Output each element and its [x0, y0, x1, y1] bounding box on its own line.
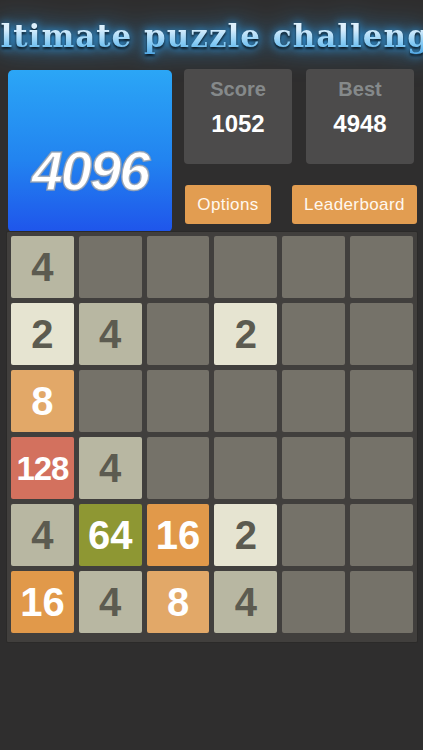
- tile-4-r6c2: 4: [79, 571, 142, 633]
- empty-cell-r1c2: [79, 236, 142, 298]
- tile-2-r5c4: 2: [214, 504, 277, 566]
- best-value: 4948: [306, 110, 414, 138]
- empty-cell-r2c6: [350, 303, 413, 365]
- empty-cell-r3c4: [214, 370, 277, 432]
- tile-8-r6c3: 8: [147, 571, 210, 633]
- empty-cell-r3c3: [147, 370, 210, 432]
- empty-cell-r1c6: [350, 236, 413, 298]
- empty-cell-r3c5: [282, 370, 345, 432]
- tile-4-r5c1: 4: [11, 504, 74, 566]
- empty-cell-r1c5: [282, 236, 345, 298]
- empty-cell-r2c3: [147, 303, 210, 365]
- empty-cell-r4c4: [214, 437, 277, 499]
- score-label: Score: [184, 78, 292, 101]
- empty-cell-r4c6: [350, 437, 413, 499]
- empty-cell-r5c6: [350, 504, 413, 566]
- empty-cell-r2c5: [282, 303, 345, 365]
- leaderboard-button[interactable]: Leaderboard: [292, 185, 417, 224]
- logo-tile: 4096: [8, 70, 172, 232]
- empty-cell-r4c5: [282, 437, 345, 499]
- score-value: 1052: [184, 110, 292, 138]
- empty-cell-r3c6: [350, 370, 413, 432]
- tile-4-r1c1: 4: [11, 236, 74, 298]
- empty-cell-r5c5: [282, 504, 345, 566]
- best-label: Best: [306, 78, 414, 101]
- score-panel: Score 1052: [184, 69, 292, 164]
- empty-cell-r6c6: [350, 571, 413, 633]
- tile-8-r3c1: 8: [11, 370, 74, 432]
- tile-2-r2c4: 2: [214, 303, 277, 365]
- options-button[interactable]: Options: [185, 185, 271, 224]
- best-panel: Best 4948: [306, 69, 414, 164]
- tile-4-r2c2: 4: [79, 303, 142, 365]
- empty-cell-r1c3: [147, 236, 210, 298]
- tile-2-r2c1: 2: [11, 303, 74, 365]
- empty-cell-r1c4: [214, 236, 277, 298]
- tile-16-r5c3: 16: [147, 504, 210, 566]
- empty-cell-r3c2: [79, 370, 142, 432]
- game-board[interactable]: 42428128446416216484: [6, 231, 418, 643]
- empty-cell-r4c3: [147, 437, 210, 499]
- tile-128-r4c1: 128: [11, 437, 74, 499]
- empty-cell-r6c5: [282, 571, 345, 633]
- tile-16-r6c1: 16: [11, 571, 74, 633]
- tile-64-r5c2: 64: [79, 504, 142, 566]
- logo-text: 4096: [32, 138, 149, 203]
- tile-4-r4c2: 4: [79, 437, 142, 499]
- app-title: Ultimate puzzle challenge: [0, 10, 423, 62]
- tile-4-r6c4: 4: [214, 571, 277, 633]
- app-window: Ultimate puzzle challenge 4096 Score 105…: [0, 0, 423, 750]
